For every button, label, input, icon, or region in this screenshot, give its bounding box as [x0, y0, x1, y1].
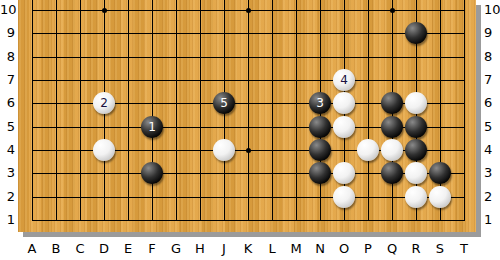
grid-line-horizontal [32, 197, 465, 198]
row-label-left-6: 6 [0, 94, 15, 112]
move-number: 2 [100, 97, 108, 109]
row-label-right-4: 4 [484, 141, 500, 159]
stone-R4[interactable] [405, 139, 427, 161]
stone-J6[interactable]: 5 [213, 92, 235, 114]
stone-S2[interactable] [429, 186, 451, 208]
column-label-E: E [116, 240, 140, 258]
column-label-N: N [308, 240, 332, 258]
row-label-right-7: 7 [484, 71, 500, 89]
stone-N3[interactable] [309, 162, 331, 184]
stone-O6[interactable] [333, 92, 355, 114]
stone-O7[interactable]: 4 [333, 69, 355, 91]
stone-N5[interactable] [309, 116, 331, 138]
move-number: 4 [340, 74, 348, 86]
column-label-R: R [404, 240, 428, 258]
stone-R3[interactable] [405, 162, 427, 184]
row-label-right-9: 9 [484, 24, 500, 42]
stone-Q3[interactable] [381, 162, 403, 184]
row-label-right-2: 2 [484, 188, 500, 206]
stone-R9[interactable] [405, 22, 427, 44]
stone-Q5[interactable] [381, 116, 403, 138]
row-label-right-5: 5 [484, 118, 500, 136]
stone-R6[interactable] [405, 92, 427, 114]
column-label-M: M [284, 240, 308, 258]
stone-Q4[interactable] [381, 139, 403, 161]
column-label-H: H [188, 240, 212, 258]
row-label-left-1: 1 [0, 211, 15, 229]
row-label-left-3: 3 [0, 164, 15, 182]
column-label-F: F [140, 240, 164, 258]
go-app-board-view: 42531 10987654321 10987654321 ABCDEFGHJK… [0, 0, 500, 260]
row-label-right-8: 8 [484, 48, 500, 66]
move-number: 1 [148, 121, 156, 133]
row-label-right-10: 10 [484, 1, 500, 19]
move-number: 5 [220, 97, 228, 109]
stone-Q6[interactable] [381, 92, 403, 114]
grid-line-horizontal [32, 57, 465, 58]
row-label-right-3: 3 [484, 164, 500, 182]
stone-F3[interactable] [141, 162, 163, 184]
stone-J4[interactable] [213, 139, 235, 161]
move-number: 3 [316, 97, 324, 109]
column-label-A: A [20, 240, 44, 258]
star-point-Q10 [390, 8, 395, 13]
stone-F5[interactable]: 1 [141, 116, 163, 138]
grid-line-horizontal [32, 220, 465, 221]
grid-line-horizontal [32, 33, 465, 34]
star-point-D10 [102, 8, 107, 13]
go-board[interactable]: 42531 [18, 0, 476, 232]
row-label-left-2: 2 [0, 188, 15, 206]
column-label-O: O [332, 240, 356, 258]
stone-R5[interactable] [405, 116, 427, 138]
column-label-L: L [260, 240, 284, 258]
star-point-K4 [246, 148, 251, 153]
column-label-K: K [236, 240, 260, 258]
stone-N4[interactable] [309, 139, 331, 161]
grid-line-horizontal [32, 80, 465, 81]
column-label-T: T [452, 240, 476, 258]
stone-O3[interactable] [333, 162, 355, 184]
row-label-left-9: 9 [0, 24, 15, 42]
row-label-left-10: 10 [0, 1, 15, 19]
row-label-left-8: 8 [0, 48, 15, 66]
column-label-C: C [68, 240, 92, 258]
stone-N6[interactable]: 3 [309, 92, 331, 114]
row-label-left-7: 7 [0, 71, 15, 89]
stone-S3[interactable] [429, 162, 451, 184]
stone-R2[interactable] [405, 186, 427, 208]
stone-D4[interactable] [93, 139, 115, 161]
row-label-left-5: 5 [0, 118, 15, 136]
column-label-Q: Q [380, 240, 404, 258]
row-label-right-1: 1 [484, 211, 500, 229]
stone-D6[interactable]: 2 [93, 92, 115, 114]
column-label-S: S [428, 240, 452, 258]
stone-O2[interactable] [333, 186, 355, 208]
star-point-K10 [246, 8, 251, 13]
column-label-G: G [164, 240, 188, 258]
column-label-J: J [212, 240, 236, 258]
column-label-D: D [92, 240, 116, 258]
stone-P4[interactable] [357, 139, 379, 161]
row-label-left-4: 4 [0, 141, 15, 159]
row-label-right-6: 6 [484, 94, 500, 112]
column-label-B: B [44, 240, 68, 258]
column-label-P: P [356, 240, 380, 258]
stone-O5[interactable] [333, 116, 355, 138]
